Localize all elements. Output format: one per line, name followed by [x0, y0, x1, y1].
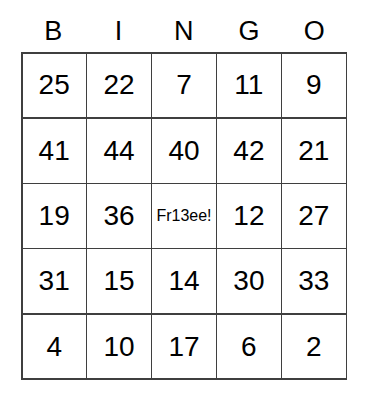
bingo-cell[interactable]: 14 [152, 249, 215, 313]
bingo-cell[interactable]: 6 [217, 315, 280, 379]
bingo-cell[interactable]: 17 [152, 315, 215, 379]
bingo-cell[interactable]: 44 [87, 119, 150, 183]
bingo-header: B I N G O [21, 12, 347, 50]
bingo-cell[interactable]: 25 [23, 54, 86, 118]
bingo-cell[interactable]: 31 [23, 249, 86, 313]
bingo-cell[interactable]: 22 [87, 54, 150, 118]
bingo-cell[interactable]: 11 [217, 54, 280, 118]
bingo-cell[interactable]: 42 [217, 119, 280, 183]
bingo-cell[interactable]: 19 [23, 184, 86, 248]
bingo-cell[interactable]: 33 [282, 249, 345, 313]
bingo-cell[interactable]: 27 [282, 184, 345, 248]
bingo-card: B I N G O 25 22 7 11 9 41 44 40 42 21 19… [0, 0, 368, 400]
bingo-cell[interactable]: 30 [217, 249, 280, 313]
bingo-cell[interactable]: 12 [217, 184, 280, 248]
column-header-o: O [282, 12, 347, 50]
bingo-cell[interactable]: 7 [152, 54, 215, 118]
bingo-cell[interactable]: 4 [23, 315, 86, 379]
bingo-cell[interactable]: 40 [152, 119, 215, 183]
bingo-cell[interactable]: 9 [282, 54, 345, 118]
free-space-cell[interactable]: Fr13ee! [152, 184, 215, 248]
bingo-cell[interactable]: 21 [282, 119, 345, 183]
bingo-cell[interactable]: 2 [282, 315, 345, 379]
column-header-b: B [21, 12, 86, 50]
bingo-cell[interactable]: 41 [23, 119, 86, 183]
bingo-grid: 25 22 7 11 9 41 44 40 42 21 19 36 Fr13ee… [21, 52, 347, 380]
bingo-cell[interactable]: 10 [87, 315, 150, 379]
column-header-i: I [86, 12, 151, 50]
column-header-n: N [151, 12, 216, 50]
bingo-cell[interactable]: 15 [87, 249, 150, 313]
column-header-g: G [217, 12, 282, 50]
bingo-cell[interactable]: 36 [87, 184, 150, 248]
